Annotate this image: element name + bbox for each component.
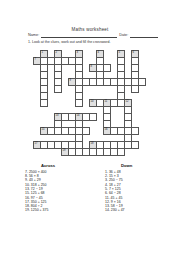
- grid-cell-r7c6[interactable]: [75, 99, 83, 107]
- clue-number: 2: [56, 51, 57, 54]
- grid-cell-r11c7[interactable]: [82, 127, 90, 135]
- grid-cell-r11c14[interactable]: [131, 127, 139, 135]
- grid-cell-r14c12[interactable]: [117, 148, 125, 156]
- name-field[interactable]: [41, 33, 117, 38]
- down-list: 1. 36 + 482. 15 × 33. 250 − 754. 18 + 27…: [105, 170, 167, 213]
- clue-number: 1: [42, 51, 43, 54]
- down-heading: Down: [121, 164, 167, 168]
- clue-number: 6: [133, 51, 134, 54]
- clue-number: 17: [35, 142, 38, 145]
- worksheet-page: { "game": "math-crossword-worksheet", "h…: [0, 0, 180, 256]
- instruction-text: 1. Look at the clues, work out and fill …: [28, 40, 178, 44]
- clue-number: 19: [63, 149, 66, 152]
- clue-number: 18: [91, 142, 94, 145]
- grid-cell-r4c15[interactable]: [138, 78, 146, 86]
- clue-number: 4: [98, 51, 99, 54]
- grid-cell-r5c14[interactable]: [131, 85, 139, 93]
- down-clues: Down 1. 36 + 482. 15 × 33. 250 − 754. 18…: [105, 164, 167, 213]
- page-title: Maths worksheet: [0, 27, 180, 32]
- across-clue-19: 19. 1250 + 375: [25, 208, 87, 212]
- grid-cell-r7c1[interactable]: [40, 99, 48, 107]
- clue-number: 10: [91, 100, 94, 103]
- down-clue-14: 14. 230 + 47: [105, 208, 167, 212]
- across-list: 7. 2500 × 4008. 56 × 89. 43 + 2910. 318 …: [25, 170, 87, 213]
- clue-number: 12: [126, 100, 129, 103]
- clue-number: 15: [42, 128, 45, 131]
- grid-cell-r2c10[interactable]: [103, 64, 111, 72]
- clue-number: 11: [105, 100, 108, 103]
- clue-number: 7: [35, 58, 36, 61]
- date-label: Date:: [119, 33, 128, 38]
- across-heading: Across: [41, 164, 87, 168]
- clue-number: 14: [77, 114, 80, 117]
- name-date-line: Name: Date:: [28, 33, 168, 38]
- name-label: Name:: [28, 33, 39, 38]
- clue-number: 3: [77, 51, 78, 54]
- crossword-grid: 12345678910111213141516171819: [33, 50, 154, 157]
- clue-number: 13: [56, 114, 59, 117]
- clue-number: 16: [105, 128, 108, 131]
- clue-number: 9: [70, 79, 71, 82]
- across-clues: Across 7. 2500 × 4008. 56 × 89. 43 + 291…: [25, 164, 87, 213]
- date-field[interactable]: [130, 33, 158, 38]
- grid-cell-r9c8[interactable]: [89, 113, 97, 121]
- clue-number: 5: [119, 51, 120, 54]
- grid-cell-r5c3[interactable]: [54, 85, 62, 93]
- grid-cell-r13c14[interactable]: [131, 141, 139, 149]
- clue-number: 8: [91, 65, 92, 68]
